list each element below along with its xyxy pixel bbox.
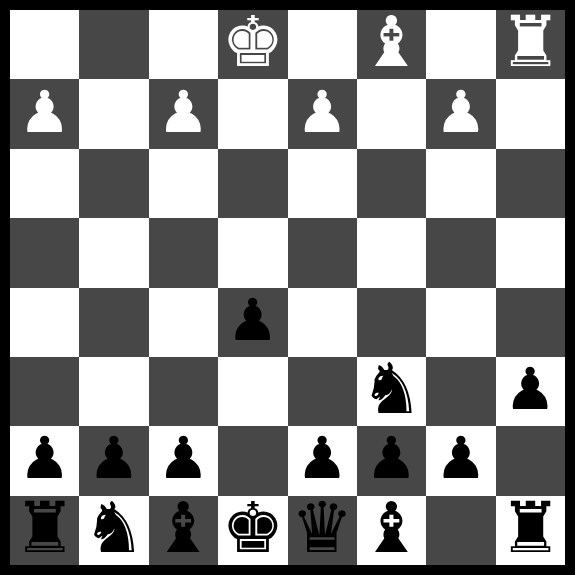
square-a5[interactable] <box>496 288 565 357</box>
piece-black-pawn-b7: ♟ <box>435 426 487 493</box>
square-g3[interactable] <box>79 149 148 218</box>
square-f3[interactable] <box>149 149 218 218</box>
piece-black-queen-d8: ♛ <box>291 496 354 563</box>
square-b5[interactable] <box>426 288 495 357</box>
square-e7[interactable] <box>218 426 287 495</box>
square-a1[interactable]: ♜ <box>496 10 565 79</box>
square-b2[interactable]: ♟ <box>426 79 495 148</box>
piece-black-rook-h8: ♜ <box>13 496 76 563</box>
piece-white-pawn-d2: ♟ <box>296 79 348 146</box>
square-e4[interactable] <box>218 218 287 287</box>
square-c4[interactable] <box>357 218 426 287</box>
piece-white-rook-a1: ♜ <box>499 10 562 77</box>
square-d1[interactable] <box>288 10 357 79</box>
piece-black-pawn-d7: ♟ <box>296 426 348 493</box>
square-f1[interactable] <box>149 10 218 79</box>
piece-white-pawn-f2: ♟ <box>157 79 209 146</box>
piece-black-bishop-c8: ♝ <box>360 496 423 563</box>
piece-black-bishop-f8: ♝ <box>152 496 215 563</box>
square-d3[interactable] <box>288 149 357 218</box>
square-d2[interactable]: ♟ <box>288 79 357 148</box>
square-d6[interactable] <box>288 357 357 426</box>
square-d5[interactable] <box>288 288 357 357</box>
square-a2[interactable] <box>496 79 565 148</box>
square-g2[interactable] <box>79 79 148 148</box>
square-a4[interactable] <box>496 218 565 287</box>
square-g8[interactable]: ♞ <box>79 496 148 565</box>
board-frame: ♚♝♜♟♟♟♟♟♞♟♟♟♟♟♟♟♜♞♝♚♛♝♜ <box>0 0 575 575</box>
square-h4[interactable] <box>10 218 79 287</box>
square-f2[interactable]: ♟ <box>149 79 218 148</box>
square-e5[interactable]: ♟ <box>218 288 287 357</box>
piece-black-pawn-f7: ♟ <box>157 426 209 493</box>
piece-black-pawn-h7: ♟ <box>19 426 71 493</box>
square-c8[interactable]: ♝ <box>357 496 426 565</box>
square-a3[interactable] <box>496 149 565 218</box>
square-h8[interactable]: ♜ <box>10 496 79 565</box>
square-g5[interactable] <box>79 288 148 357</box>
square-f8[interactable]: ♝ <box>149 496 218 565</box>
square-e1[interactable]: ♚ <box>218 10 287 79</box>
square-d7[interactable]: ♟ <box>288 426 357 495</box>
square-g7[interactable]: ♟ <box>79 426 148 495</box>
square-d8[interactable]: ♛ <box>288 496 357 565</box>
square-a6[interactable]: ♟ <box>496 357 565 426</box>
square-g1[interactable] <box>79 10 148 79</box>
square-h1[interactable] <box>10 10 79 79</box>
piece-white-pawn-h2: ♟ <box>19 79 71 146</box>
square-f6[interactable] <box>149 357 218 426</box>
square-c7[interactable]: ♟ <box>357 426 426 495</box>
square-g6[interactable] <box>79 357 148 426</box>
square-c6[interactable]: ♞ <box>357 357 426 426</box>
square-b3[interactable] <box>426 149 495 218</box>
square-h7[interactable]: ♟ <box>10 426 79 495</box>
piece-black-knight-c6: ♞ <box>360 357 423 424</box>
piece-white-pawn-b2: ♟ <box>435 79 487 146</box>
square-c1[interactable]: ♝ <box>357 10 426 79</box>
square-f5[interactable] <box>149 288 218 357</box>
square-h5[interactable] <box>10 288 79 357</box>
chess-board: ♚♝♜♟♟♟♟♟♞♟♟♟♟♟♟♟♜♞♝♚♛♝♜ <box>10 10 565 565</box>
piece-black-pawn-g7: ♟ <box>88 426 140 493</box>
square-h6[interactable] <box>10 357 79 426</box>
square-h3[interactable] <box>10 149 79 218</box>
square-e8[interactable]: ♚ <box>218 496 287 565</box>
square-c2[interactable] <box>357 79 426 148</box>
square-b6[interactable] <box>426 357 495 426</box>
square-c3[interactable] <box>357 149 426 218</box>
square-b1[interactable] <box>426 10 495 79</box>
square-g4[interactable] <box>79 218 148 287</box>
square-e2[interactable] <box>218 79 287 148</box>
square-f4[interactable] <box>149 218 218 287</box>
piece-black-pawn-a6: ♟ <box>504 357 556 424</box>
piece-black-king-e8: ♚ <box>221 496 284 563</box>
square-e3[interactable] <box>218 149 287 218</box>
square-b8[interactable] <box>426 496 495 565</box>
square-a7[interactable] <box>496 426 565 495</box>
piece-black-knight-g8: ♞ <box>83 496 146 563</box>
square-f7[interactable]: ♟ <box>149 426 218 495</box>
piece-black-pawn-c7: ♟ <box>366 426 418 493</box>
piece-white-king-e1: ♚ <box>221 10 284 77</box>
square-b7[interactable]: ♟ <box>426 426 495 495</box>
square-e6[interactable] <box>218 357 287 426</box>
square-a8[interactable]: ♜ <box>496 496 565 565</box>
square-d4[interactable] <box>288 218 357 287</box>
piece-black-rook-a8: ♜ <box>499 496 562 563</box>
piece-white-bishop-c1: ♝ <box>360 10 423 77</box>
piece-black-pawn-e5: ♟ <box>227 288 279 355</box>
square-h2[interactable]: ♟ <box>10 79 79 148</box>
square-c5[interactable] <box>357 288 426 357</box>
square-b4[interactable] <box>426 218 495 287</box>
